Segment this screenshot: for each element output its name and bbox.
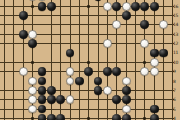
board-cell[interactable]	[131, 58, 140, 67]
board-cell[interactable]	[75, 20, 84, 29]
board-cell[interactable]	[28, 76, 37, 85]
board-cell[interactable]	[19, 11, 28, 20]
board-cell[interactable]	[140, 11, 149, 20]
board-cell[interactable]	[28, 30, 37, 39]
white-stone	[28, 95, 37, 104]
board-cell[interactable]	[131, 76, 140, 85]
black-stone	[112, 2, 121, 11]
board-cell[interactable]	[47, 67, 56, 76]
board-cell[interactable]	[93, 114, 102, 120]
board-cell[interactable]	[159, 39, 168, 48]
board-cell[interactable]	[112, 95, 121, 104]
board-cell[interactable]	[19, 114, 28, 120]
board-cell[interactable]	[121, 86, 130, 95]
board-cell[interactable]	[159, 11, 168, 20]
board-cell[interactable]	[112, 76, 121, 85]
black-stone	[38, 86, 47, 95]
board-cell[interactable]	[159, 2, 168, 11]
board-cell[interactable]	[149, 20, 158, 29]
board-cell[interactable]	[0, 67, 9, 76]
board-cell[interactable]	[37, 114, 46, 120]
board-cell[interactable]	[65, 95, 74, 104]
board-cell[interactable]	[0, 95, 9, 104]
board-cell[interactable]	[37, 39, 46, 48]
board-cell[interactable]	[9, 58, 18, 67]
board-cell[interactable]	[28, 58, 37, 67]
board-cell[interactable]	[9, 114, 18, 120]
board-cell[interactable]	[56, 2, 65, 11]
board-cell[interactable]	[65, 11, 74, 20]
board-cell[interactable]	[93, 95, 102, 104]
board-cell[interactable]	[140, 30, 149, 39]
black-stone	[47, 86, 56, 95]
board-cell[interactable]	[37, 95, 46, 104]
board-cell[interactable]	[84, 86, 93, 95]
board-cell[interactable]	[0, 2, 9, 11]
board-cell[interactable]	[159, 86, 168, 95]
board-cell[interactable]	[103, 104, 112, 113]
board-cell[interactable]	[93, 86, 102, 95]
board-cell[interactable]	[9, 86, 18, 95]
black-stone	[94, 77, 103, 86]
board-cell[interactable]	[47, 30, 56, 39]
board-cell[interactable]	[112, 86, 121, 95]
white-stone	[150, 67, 159, 76]
board-cell[interactable]	[112, 2, 121, 11]
board-cell[interactable]	[103, 48, 112, 57]
black-stone	[103, 67, 112, 76]
board-cell[interactable]	[112, 114, 121, 120]
board-cell[interactable]	[56, 67, 65, 76]
black-stone	[122, 86, 131, 95]
white-stone	[103, 2, 112, 11]
board-cell[interactable]	[47, 48, 56, 57]
row-label: 7	[173, 88, 180, 93]
board-cell[interactable]	[84, 11, 93, 20]
board-cell[interactable]	[75, 39, 84, 48]
board-cell[interactable]	[75, 11, 84, 20]
board-cell[interactable]	[19, 104, 28, 113]
board-cell[interactable]	[84, 95, 93, 104]
row-label: 4	[173, 116, 180, 120]
board-cell[interactable]	[121, 104, 130, 113]
board-cell[interactable]	[149, 39, 158, 48]
board-cell[interactable]	[149, 86, 158, 95]
black-stone	[140, 20, 149, 29]
row-label: 12	[173, 41, 180, 46]
board-cell[interactable]	[121, 95, 130, 104]
board-cell[interactable]	[75, 95, 84, 104]
white-stone	[103, 39, 112, 48]
board-cell[interactable]	[0, 104, 9, 113]
row-label: 9	[173, 69, 180, 74]
board-cell[interactable]	[19, 2, 28, 11]
board-cell[interactable]	[131, 11, 140, 20]
board-cell[interactable]	[37, 104, 46, 113]
board-cell[interactable]	[121, 11, 130, 20]
row-label: 11	[173, 50, 180, 55]
board-cell[interactable]	[159, 58, 168, 67]
board-cell[interactable]	[47, 95, 56, 104]
board-cell[interactable]	[131, 48, 140, 57]
row-label: 5	[173, 107, 180, 112]
board-cell[interactable]	[0, 86, 9, 95]
board-cell[interactable]	[56, 76, 65, 85]
board-cell[interactable]	[75, 30, 84, 39]
hoshi-point	[87, 5, 90, 8]
board-cell[interactable]	[19, 30, 28, 39]
hoshi-point	[31, 61, 34, 64]
board-cell[interactable]	[65, 76, 74, 85]
board-cell[interactable]	[56, 48, 65, 57]
black-stone	[122, 11, 131, 20]
row-label: 14	[173, 22, 180, 27]
board-cell[interactable]	[103, 95, 112, 104]
black-stone	[150, 114, 159, 120]
white-stone	[28, 77, 37, 86]
board-cell[interactable]	[28, 39, 37, 48]
board-cell[interactable]	[159, 104, 168, 113]
board-cell[interactable]	[93, 104, 102, 113]
board-cell[interactable]	[56, 39, 65, 48]
board-cell[interactable]	[149, 104, 158, 113]
board-cell[interactable]	[28, 114, 37, 120]
board-cell[interactable]	[37, 48, 46, 57]
board-cell[interactable]	[84, 58, 93, 67]
board-cell[interactable]	[140, 86, 149, 95]
board-cell[interactable]	[47, 11, 56, 20]
board-cell[interactable]	[65, 86, 74, 95]
board-cell[interactable]	[37, 30, 46, 39]
board-cell[interactable]	[37, 2, 46, 11]
go-board-viewport: 16151413121110987654	[0, 0, 180, 120]
board-cell[interactable]	[159, 48, 168, 57]
board-cell[interactable]	[84, 67, 93, 76]
go-board[interactable]	[0, 0, 178, 120]
board-cell[interactable]	[93, 39, 102, 48]
board-cell[interactable]	[9, 20, 18, 29]
board-cell[interactable]	[149, 67, 158, 76]
white-stone	[28, 30, 37, 39]
row-label: 6	[173, 97, 180, 102]
board-cell[interactable]	[9, 76, 18, 85]
board-cell[interactable]	[131, 30, 140, 39]
board-cell[interactable]	[93, 48, 102, 57]
board-cell[interactable]	[121, 114, 130, 120]
hoshi-point	[31, 5, 34, 8]
board-cell[interactable]	[103, 86, 112, 95]
board-cell[interactable]	[149, 48, 158, 57]
board-cell[interactable]	[140, 2, 149, 11]
black-stone	[150, 2, 159, 11]
board-cell[interactable]	[103, 58, 112, 67]
board-cell[interactable]	[9, 39, 18, 48]
black-stone	[47, 2, 56, 11]
board-cell[interactable]	[131, 20, 140, 29]
board-cell[interactable]	[140, 58, 149, 67]
board-cell[interactable]	[56, 104, 65, 113]
board-cell[interactable]	[0, 30, 9, 39]
board-cell[interactable]	[140, 76, 149, 85]
board-cell[interactable]	[37, 86, 46, 95]
board-cell[interactable]	[28, 67, 37, 76]
board-cell[interactable]	[28, 104, 37, 113]
board-cell[interactable]	[112, 39, 121, 48]
board-cell[interactable]	[65, 114, 74, 120]
black-stone	[122, 114, 131, 120]
board-cell[interactable]	[28, 86, 37, 95]
board-cell[interactable]	[159, 67, 168, 76]
board-cell[interactable]	[140, 48, 149, 57]
board-cell[interactable]	[37, 20, 46, 29]
black-stone	[19, 11, 28, 20]
board-cell[interactable]	[75, 104, 84, 113]
board-cell[interactable]	[93, 58, 102, 67]
board-cell[interactable]	[131, 104, 140, 113]
board-cell[interactable]	[37, 11, 46, 20]
board-cell[interactable]	[121, 20, 130, 29]
board-cell[interactable]	[9, 67, 18, 76]
white-stone	[122, 2, 131, 11]
board-cell[interactable]	[93, 20, 102, 29]
board-cell[interactable]	[28, 2, 37, 11]
board-cell[interactable]	[37, 67, 46, 76]
board-cell[interactable]	[121, 48, 130, 57]
board-cell[interactable]	[75, 67, 84, 76]
hoshi-point	[143, 61, 146, 64]
board-cell[interactable]	[93, 76, 102, 85]
board-cell[interactable]	[65, 20, 74, 29]
board-cell[interactable]	[19, 58, 28, 67]
board-cell[interactable]	[103, 39, 112, 48]
board-cell[interactable]	[56, 58, 65, 67]
black-stone	[140, 2, 149, 11]
hoshi-point	[31, 117, 34, 120]
black-stone	[131, 2, 140, 11]
board-cell[interactable]	[56, 20, 65, 29]
board-cell[interactable]	[149, 11, 158, 20]
hoshi-point	[87, 117, 90, 120]
row-label: 13	[173, 32, 180, 37]
white-stone	[103, 86, 112, 95]
board-cell[interactable]	[75, 48, 84, 57]
board-cell[interactable]	[103, 20, 112, 29]
board-cell[interactable]	[19, 76, 28, 85]
board-cell[interactable]	[93, 2, 102, 11]
board-cell[interactable]	[65, 104, 74, 113]
board-cell[interactable]	[131, 39, 140, 48]
board-cell[interactable]	[84, 30, 93, 39]
board-cell[interactable]	[75, 2, 84, 11]
board-cell[interactable]	[47, 104, 56, 113]
board-cell[interactable]	[149, 114, 158, 120]
board-cell[interactable]	[47, 2, 56, 11]
board-cell[interactable]	[149, 95, 158, 104]
board-cell[interactable]	[65, 30, 74, 39]
board-cell[interactable]	[112, 104, 121, 113]
board-cell[interactable]	[149, 2, 158, 11]
board-cell[interactable]	[9, 11, 18, 20]
white-stone	[66, 67, 75, 76]
white-stone	[66, 77, 75, 86]
board-cell[interactable]	[56, 86, 65, 95]
board-cell[interactable]	[159, 20, 168, 29]
board-cell[interactable]	[65, 58, 74, 67]
black-stone	[150, 105, 159, 114]
board-cell[interactable]	[65, 2, 74, 11]
board-cell[interactable]	[131, 86, 140, 95]
board-cell[interactable]	[84, 2, 93, 11]
board-cell[interactable]	[131, 114, 140, 120]
white-stone	[159, 20, 168, 29]
board-cell[interactable]	[93, 67, 102, 76]
board-cell[interactable]	[37, 76, 46, 85]
row-label: 15	[173, 13, 180, 18]
board-cell[interactable]	[131, 67, 140, 76]
board-cell[interactable]	[0, 11, 9, 20]
board-cell[interactable]	[75, 76, 84, 85]
board-cell[interactable]	[19, 48, 28, 57]
board-cell[interactable]	[84, 39, 93, 48]
board-cell[interactable]	[140, 95, 149, 104]
board-cell[interactable]	[56, 114, 65, 120]
board-cell[interactable]	[9, 30, 18, 39]
board-cell[interactable]	[65, 67, 74, 76]
board-cell[interactable]	[103, 114, 112, 120]
board-cell[interactable]	[47, 39, 56, 48]
hoshi-point	[87, 61, 90, 64]
board-cell[interactable]	[47, 114, 56, 120]
board-cell[interactable]	[84, 20, 93, 29]
board-cell[interactable]	[65, 48, 74, 57]
board-cell[interactable]	[19, 20, 28, 29]
board-cell[interactable]	[9, 95, 18, 104]
black-stone	[122, 95, 131, 104]
board-cell[interactable]	[47, 76, 56, 85]
board-cell[interactable]	[84, 104, 93, 113]
board-cell[interactable]	[65, 39, 74, 48]
white-stone	[140, 39, 149, 48]
board-cell[interactable]	[28, 95, 37, 104]
board-cell[interactable]	[112, 67, 121, 76]
board-cell[interactable]	[159, 114, 168, 120]
board-cell[interactable]	[159, 30, 168, 39]
board-cell[interactable]	[131, 95, 140, 104]
board-cell[interactable]	[75, 58, 84, 67]
white-stone	[28, 105, 37, 114]
board-cell[interactable]	[140, 20, 149, 29]
board-cell[interactable]	[149, 30, 158, 39]
board-cell[interactable]	[140, 39, 149, 48]
board-cell[interactable]	[47, 86, 56, 95]
board-cell[interactable]	[56, 30, 65, 39]
board-cell[interactable]	[0, 114, 9, 120]
board-cell[interactable]	[84, 114, 93, 120]
board-cell[interactable]	[47, 58, 56, 67]
board-cell[interactable]	[75, 114, 84, 120]
white-stone	[66, 95, 75, 104]
board-cell[interactable]	[0, 48, 9, 57]
board-cell[interactable]	[0, 20, 9, 29]
board-cell[interactable]	[37, 58, 46, 67]
black-stone	[38, 2, 47, 11]
board-cell[interactable]	[28, 20, 37, 29]
board-cell[interactable]	[121, 39, 130, 48]
board-cell[interactable]	[47, 20, 56, 29]
black-stone	[112, 95, 121, 104]
board-cell[interactable]	[56, 11, 65, 20]
board-cell[interactable]	[75, 86, 84, 95]
board-cell[interactable]	[0, 76, 9, 85]
board-cell[interactable]	[84, 48, 93, 57]
hoshi-point	[143, 117, 146, 120]
board-cell[interactable]	[9, 2, 18, 11]
white-stone	[122, 77, 131, 86]
board-cell[interactable]	[159, 95, 168, 104]
board-cell[interactable]	[19, 86, 28, 95]
board-cell[interactable]	[9, 104, 18, 113]
board-cell[interactable]	[56, 95, 65, 104]
board-cell[interactable]	[28, 48, 37, 57]
board-cell[interactable]	[19, 67, 28, 76]
board-cell[interactable]	[103, 11, 112, 20]
board-cell[interactable]	[112, 20, 121, 29]
board-cell[interactable]	[112, 30, 121, 39]
board-cell[interactable]	[121, 2, 130, 11]
board-cell[interactable]	[140, 104, 149, 113]
board-cell[interactable]	[0, 58, 9, 67]
board-cell[interactable]	[121, 67, 130, 76]
board-cell[interactable]	[103, 67, 112, 76]
black-stone	[38, 67, 47, 76]
black-stone	[47, 95, 56, 104]
board-cell[interactable]	[28, 11, 37, 20]
board-cell[interactable]	[112, 48, 121, 57]
black-stone	[112, 67, 121, 76]
board-cell[interactable]	[131, 2, 140, 11]
board-cell[interactable]	[140, 67, 149, 76]
black-stone	[38, 105, 47, 114]
board-cell[interactable]	[93, 11, 102, 20]
board-cell[interactable]	[149, 76, 158, 85]
black-stone	[56, 114, 65, 120]
white-stone	[122, 105, 131, 114]
board-cell[interactable]	[121, 30, 130, 39]
board-cell[interactable]	[112, 58, 121, 67]
board-cell[interactable]	[149, 58, 158, 67]
board-cell[interactable]	[159, 76, 168, 85]
board-cell[interactable]	[103, 76, 112, 85]
black-stone	[38, 114, 47, 120]
board-cell[interactable]	[9, 48, 18, 57]
board-cell[interactable]	[19, 95, 28, 104]
board-cell[interactable]	[140, 114, 149, 120]
white-stone	[112, 20, 121, 29]
board-cell[interactable]	[93, 30, 102, 39]
board-cell[interactable]	[103, 30, 112, 39]
board-cell[interactable]	[121, 58, 130, 67]
black-stone	[19, 30, 28, 39]
board-cell[interactable]	[19, 39, 28, 48]
board-cell[interactable]	[103, 2, 112, 11]
black-stone	[150, 49, 159, 58]
board-cell[interactable]	[84, 76, 93, 85]
black-stone	[66, 49, 75, 58]
board-cell[interactable]	[0, 39, 9, 48]
board-cell[interactable]	[112, 11, 121, 20]
row-label: 8	[173, 79, 180, 84]
board-cell[interactable]	[121, 76, 130, 85]
